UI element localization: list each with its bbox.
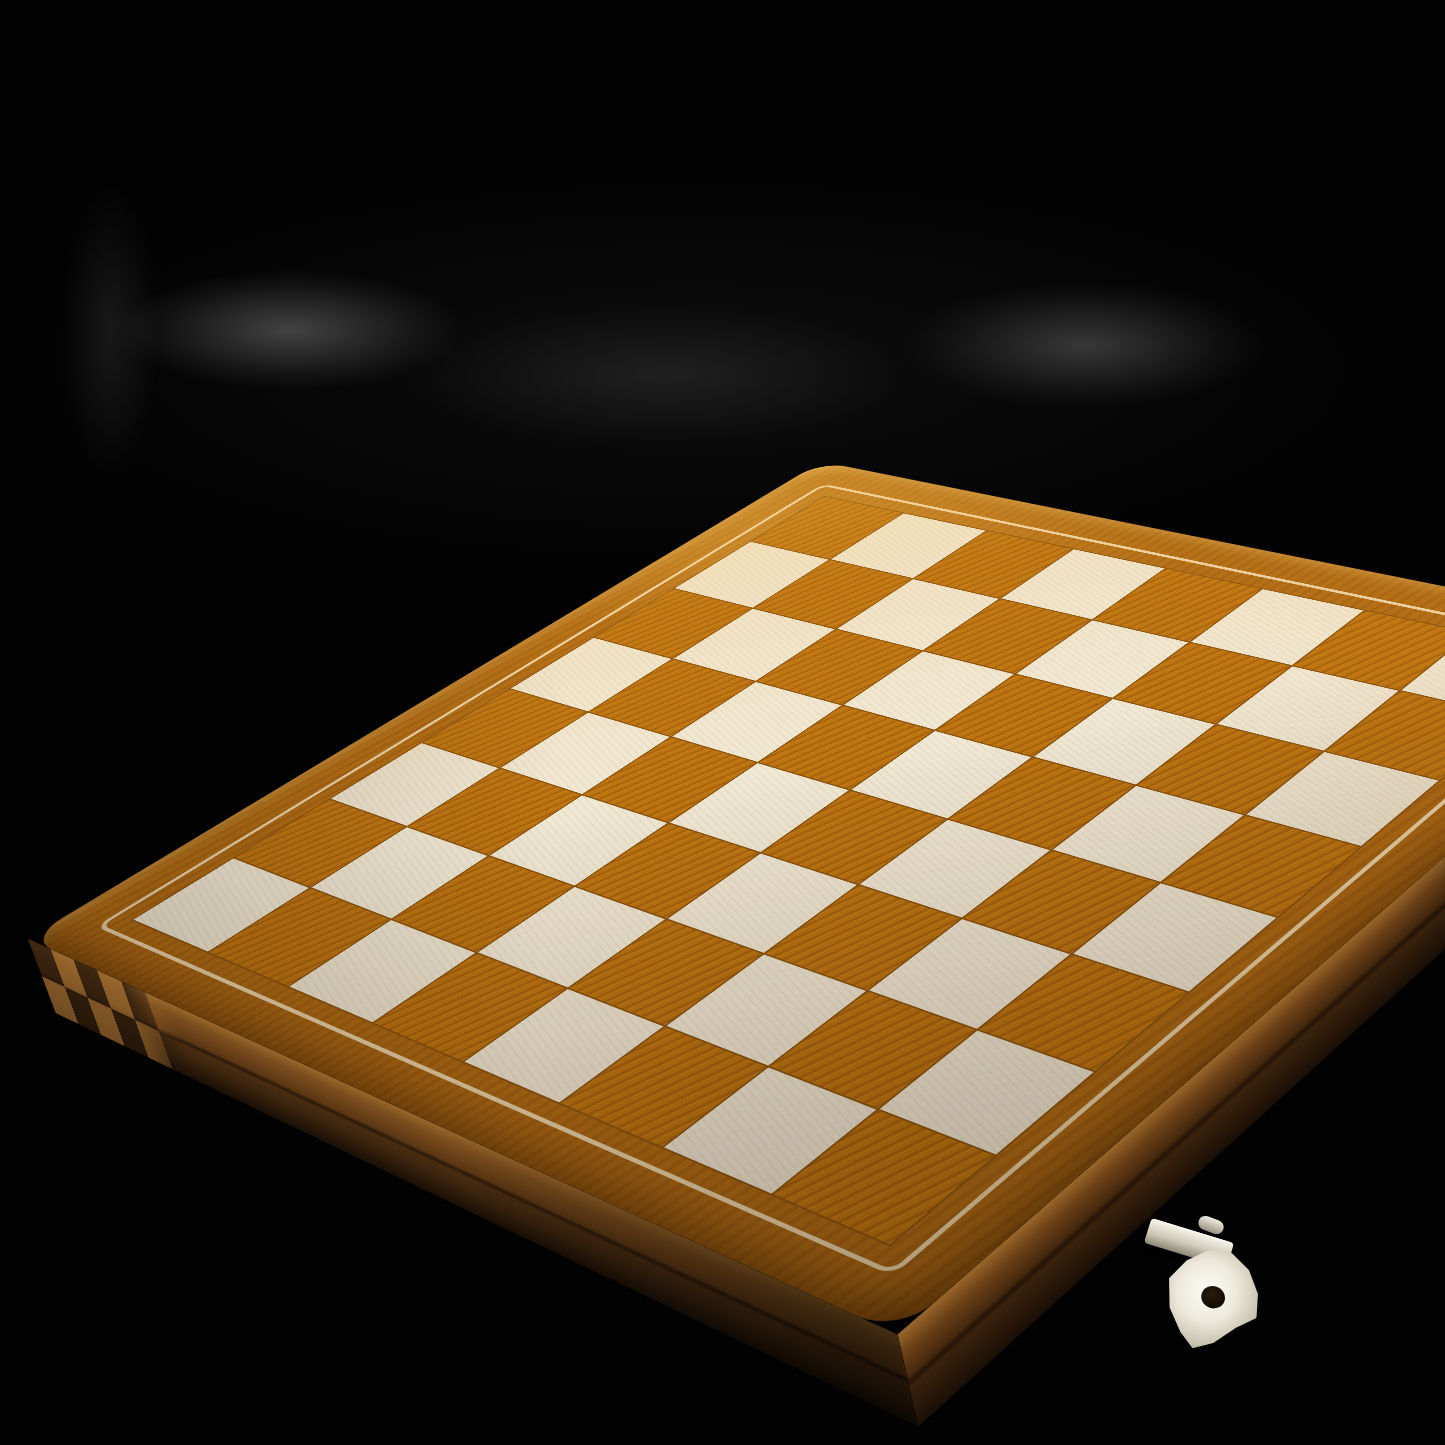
square-r4-c4 xyxy=(762,791,946,884)
board-top-face xyxy=(28,461,1445,1334)
photo-canvas xyxy=(0,0,1445,1445)
square-r1-c7 xyxy=(1326,691,1445,779)
square-r7-c2 xyxy=(289,920,475,1022)
square-r7-c6 xyxy=(664,1067,877,1193)
square-r5-c7 xyxy=(979,955,1187,1071)
square-r6-c5 xyxy=(666,954,866,1065)
square-r7-c4 xyxy=(464,989,663,1102)
square-r4-c7 xyxy=(1074,883,1277,991)
square-r7-c5 xyxy=(561,1027,766,1146)
square-r5-c4 xyxy=(668,853,857,952)
square-r2-c7 xyxy=(1247,752,1439,846)
square-r6-c6 xyxy=(769,991,976,1109)
chess-board xyxy=(28,461,1445,1334)
square-r5-c6 xyxy=(869,919,1070,1029)
square-r3-c6 xyxy=(1052,786,1243,882)
square-r7-c7 xyxy=(774,1111,995,1245)
square-r6-c4 xyxy=(569,919,762,1025)
square-r6-c7 xyxy=(880,1030,1094,1154)
square-r4-c5 xyxy=(860,820,1050,918)
square-r2-c6 xyxy=(1137,725,1323,815)
square-r6-c3 xyxy=(478,887,665,988)
square-r5-c5 xyxy=(766,885,961,989)
square-r3-c7 xyxy=(1162,816,1359,917)
square-r4-c6 xyxy=(963,851,1159,953)
square-r3-c5 xyxy=(949,758,1134,849)
square-r7-c3 xyxy=(374,954,566,1061)
board-tilt-wrapper xyxy=(0,0,1445,1445)
